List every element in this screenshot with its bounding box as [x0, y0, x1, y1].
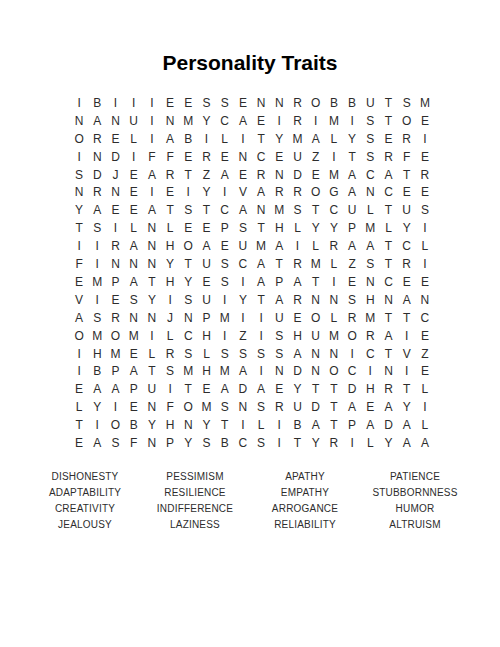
- grid-cell-r11c16: E: [343, 273, 361, 291]
- grid-cell-r10c5: N: [143, 255, 161, 273]
- grid-cell-r12c7: S: [179, 291, 197, 309]
- word-item-resilience: RESILIENCE: [140, 485, 250, 501]
- grid-cell-r8c12: H: [270, 219, 288, 237]
- grid-cell-r13c6: J: [161, 309, 179, 327]
- grid-cell-r5c6: R: [161, 166, 179, 184]
- grid-cell-r15c10: S: [234, 345, 252, 363]
- grid-cell-r13c16: R: [343, 309, 361, 327]
- grid-cell-r18c16: A: [343, 398, 361, 416]
- grid-cell-r3c19: R: [398, 130, 416, 148]
- grid-cell-r11c2: M: [88, 273, 106, 291]
- grid-cell-r3c14: A: [307, 130, 325, 148]
- grid-cell-r1c7: E: [179, 94, 197, 112]
- grid-cell-r8c9: P: [216, 219, 234, 237]
- grid-cell-r9c10: U: [234, 237, 252, 255]
- grid-cell-r7c17: L: [361, 201, 379, 219]
- grid-cell-r19c18: D: [379, 416, 397, 434]
- grid-cell-r15c9: S: [216, 345, 234, 363]
- grid-cell-r6c2: R: [88, 183, 106, 201]
- grid-cell-r3c2: R: [88, 130, 106, 148]
- grid-cell-r15c6: R: [161, 345, 179, 363]
- grid-cell-r18c10: N: [234, 398, 252, 416]
- grid-cell-r7c15: C: [325, 201, 343, 219]
- grid-cell-r18c3: I: [106, 398, 124, 416]
- grid-cell-r3c1: O: [70, 130, 88, 148]
- grid-cell-r13c20: C: [416, 309, 434, 327]
- grid-cell-r10c11: A: [252, 255, 270, 273]
- puzzle-title: Personality Traits: [0, 51, 500, 75]
- grid-cell-r11c7: Y: [179, 273, 197, 291]
- grid-cell-r1c15: B: [325, 94, 343, 112]
- grid-cell-r5c1: S: [70, 166, 88, 184]
- grid-cell-r1c12: N: [270, 94, 288, 112]
- grid-cell-r6c20: E: [416, 183, 434, 201]
- grid-cell-r13c18: T: [379, 309, 397, 327]
- grid-cell-r8c6: L: [161, 219, 179, 237]
- grid-cell-r4c9: E: [216, 148, 234, 166]
- grid-cell-r7c3: E: [106, 201, 124, 219]
- grid-cell-r2c14: I: [307, 112, 325, 130]
- grid-cell-r1c16: B: [343, 94, 361, 112]
- grid-cell-r18c5: N: [143, 398, 161, 416]
- grid-cell-r3c9: L: [216, 130, 234, 148]
- grid-cell-r6c18: C: [379, 183, 397, 201]
- grid-cell-r6c1: N: [70, 183, 88, 201]
- grid-cell-r4c3: D: [106, 148, 124, 166]
- grid-cell-r15c3: M: [106, 345, 124, 363]
- grid-cell-r8c19: Y: [398, 219, 416, 237]
- grid-cell-r17c6: I: [161, 380, 179, 398]
- grid-cell-r11c1: E: [70, 273, 88, 291]
- grid-cell-r12c15: N: [325, 291, 343, 309]
- grid-cell-r2c6: N: [161, 112, 179, 130]
- grid-cell-r5c13: D: [288, 166, 306, 184]
- grid-cell-r2c11: E: [252, 112, 270, 130]
- grid-cell-r12c14: N: [307, 291, 325, 309]
- grid-cell-r11c20: E: [416, 273, 434, 291]
- word-item-apathy: APATHY: [250, 469, 360, 485]
- grid-cell-r10c3: N: [106, 255, 124, 273]
- grid-cell-r5c12: N: [270, 166, 288, 184]
- grid-cell-r3c4: L: [125, 130, 143, 148]
- grid-cell-r6c3: N: [106, 183, 124, 201]
- grid-cell-r20c8: S: [197, 434, 215, 452]
- grid-cell-r5c15: M: [325, 166, 343, 184]
- grid-cell-r15c1: I: [70, 345, 88, 363]
- grid-cell-r6c9: I: [216, 183, 234, 201]
- grid-cell-r8c15: Y: [325, 219, 343, 237]
- grid-cell-r18c6: F: [161, 398, 179, 416]
- grid-cell-r3c5: I: [143, 130, 161, 148]
- grid-cell-r17c14: T: [307, 380, 325, 398]
- grid-cell-r15c18: T: [379, 345, 397, 363]
- grid-cell-r17c19: T: [398, 380, 416, 398]
- grid-cell-r11c13: A: [288, 273, 306, 291]
- grid-cell-r18c12: R: [270, 398, 288, 416]
- grid-cell-r16c18: N: [379, 362, 397, 380]
- grid-cell-r3c8: I: [197, 130, 215, 148]
- grid-cell-r11c11: A: [252, 273, 270, 291]
- grid-cell-r8c14: Y: [307, 219, 325, 237]
- grid-cell-r8c11: T: [252, 219, 270, 237]
- grid-cell-r17c7: T: [179, 380, 197, 398]
- grid-cell-r4c16: T: [343, 148, 361, 166]
- grid-cell-r19c16: P: [343, 416, 361, 434]
- grid-cell-r13c11: I: [252, 309, 270, 327]
- grid-cell-r18c14: D: [307, 398, 325, 416]
- grid-cell-r19c11: L: [252, 416, 270, 434]
- grid-cell-r16c6: S: [161, 362, 179, 380]
- grid-cell-r17c10: D: [234, 380, 252, 398]
- grid-cell-r11c12: P: [270, 273, 288, 291]
- grid-cell-r14c2: M: [88, 327, 106, 345]
- grid-cell-r19c20: L: [416, 416, 434, 434]
- grid-cell-r14c17: R: [361, 327, 379, 345]
- grid-cell-r9c18: T: [379, 237, 397, 255]
- grid-cell-r16c20: E: [416, 362, 434, 380]
- grid-cell-r19c7: N: [179, 416, 197, 434]
- grid-cell-r17c17: H: [361, 380, 379, 398]
- grid-cell-r11c18: C: [379, 273, 397, 291]
- grid-cell-r8c8: E: [197, 219, 215, 237]
- word-item-humor: HUMOR: [360, 501, 470, 517]
- grid-cell-r7c16: U: [343, 201, 361, 219]
- grid-cell-r10c20: I: [416, 255, 434, 273]
- word-item-jealousy: JEALOUSY: [30, 517, 140, 533]
- grid-cell-r4c18: R: [379, 148, 397, 166]
- grid-cell-r7c20: S: [416, 201, 434, 219]
- grid-cell-r16c11: I: [252, 362, 270, 380]
- word-item-arrogance: ARROGANCE: [250, 501, 360, 517]
- grid-cell-r2c8: Y: [197, 112, 215, 130]
- grid-cell-r2c19: O: [398, 112, 416, 130]
- grid-cell-r17c4: P: [125, 380, 143, 398]
- grid-cell-r14c14: U: [307, 327, 325, 345]
- grid-cell-r10c4: N: [125, 255, 143, 273]
- grid-cell-r9c19: C: [398, 237, 416, 255]
- grid-cell-r10c8: U: [197, 255, 215, 273]
- grid-cell-r8c3: I: [106, 219, 124, 237]
- grid-cell-r4c2: N: [88, 148, 106, 166]
- grid-cell-r10c14: M: [307, 255, 325, 273]
- grid-cell-r12c17: H: [361, 291, 379, 309]
- grid-cell-r3c11: T: [252, 130, 270, 148]
- grid-cell-r9c13: I: [288, 237, 306, 255]
- grid-cell-r9c12: A: [270, 237, 288, 255]
- grid-cell-r9c4: A: [125, 237, 143, 255]
- grid-cell-r16c9: M: [216, 362, 234, 380]
- grid-cell-r12c19: A: [398, 291, 416, 309]
- grid-cell-r5c14: E: [307, 166, 325, 184]
- grid-cell-r14c1: O: [70, 327, 88, 345]
- grid-cell-r20c3: S: [106, 434, 124, 452]
- grid-cell-r18c13: U: [288, 398, 306, 416]
- grid-cell-r18c4: E: [125, 398, 143, 416]
- grid-cell-r14c19: I: [398, 327, 416, 345]
- grid-cell-r20c12: I: [270, 434, 288, 452]
- grid-cell-r10c9: S: [216, 255, 234, 273]
- grid-cell-r5c18: A: [379, 166, 397, 184]
- grid-cell-r19c15: T: [325, 416, 343, 434]
- grid-cell-r13c3: R: [106, 309, 124, 327]
- grid-cell-r19c10: I: [234, 416, 252, 434]
- grid-cell-r9c2: I: [88, 237, 106, 255]
- grid-cell-r14c4: M: [125, 327, 143, 345]
- grid-cell-r1c8: S: [197, 94, 215, 112]
- grid-cell-r7c11: N: [252, 201, 270, 219]
- grid-cell-r14c11: I: [252, 327, 270, 345]
- grid-cell-r1c9: S: [216, 94, 234, 112]
- grid-cell-r11c9: S: [216, 273, 234, 291]
- grid-cell-r4c13: U: [288, 148, 306, 166]
- grid-cell-r12c6: I: [161, 291, 179, 309]
- grid-cell-r18c11: S: [252, 398, 270, 416]
- grid-cell-r20c5: N: [143, 434, 161, 452]
- grid-cell-r10c13: R: [288, 255, 306, 273]
- grid-cell-r8c4: L: [125, 219, 143, 237]
- grid-cell-r6c4: E: [125, 183, 143, 201]
- grid-cell-r8c16: P: [343, 219, 361, 237]
- grid-cell-r7c18: T: [379, 201, 397, 219]
- grid-cell-r1c3: I: [106, 94, 124, 112]
- grid-cell-r11c5: T: [143, 273, 161, 291]
- grid-cell-r19c14: A: [307, 416, 325, 434]
- grid-cell-r6c7: I: [179, 183, 197, 201]
- grid-cell-r9c9: E: [216, 237, 234, 255]
- grid-cell-r11c3: P: [106, 273, 124, 291]
- grid-cell-r14c6: L: [161, 327, 179, 345]
- word-item-laziness: LAZINESS: [140, 517, 250, 533]
- grid-cell-r4c20: E: [416, 148, 434, 166]
- grid-cell-r3c16: Y: [343, 130, 361, 148]
- grid-cell-r2c16: I: [343, 112, 361, 130]
- grid-cell-r7c10: A: [234, 201, 252, 219]
- grid-cell-r10c6: Y: [161, 255, 179, 273]
- grid-cell-r12c4: S: [125, 291, 143, 309]
- grid-cell-r5c11: R: [252, 166, 270, 184]
- grid-cell-r20c15: R: [325, 434, 343, 452]
- word-item-patience: PATIENCE: [360, 469, 470, 485]
- grid-cell-r5c10: E: [234, 166, 252, 184]
- grid-cell-r15c5: L: [143, 345, 161, 363]
- word-item-dishonesty: DISHONESTY: [30, 469, 140, 485]
- grid-cell-r18c15: T: [325, 398, 343, 416]
- grid-cell-r14c3: O: [106, 327, 124, 345]
- grid-cell-r12c1: V: [70, 291, 88, 309]
- grid-cell-r8c17: M: [361, 219, 379, 237]
- word-item-adaptability: ADAPTABILITY: [30, 485, 140, 501]
- grid-cell-r8c10: S: [234, 219, 252, 237]
- grid-cell-r19c17: A: [361, 416, 379, 434]
- grid-cell-r13c4: N: [125, 309, 143, 327]
- grid-cell-r2c2: A: [88, 112, 106, 130]
- grid-cell-r13c12: U: [270, 309, 288, 327]
- grid-cell-r20c16: I: [343, 434, 361, 452]
- grid-cell-r20c4: F: [125, 434, 143, 452]
- grid-cell-r8c1: T: [70, 219, 88, 237]
- grid-cell-r16c8: H: [197, 362, 215, 380]
- grid-cell-r10c12: T: [270, 255, 288, 273]
- grid-cell-r2c3: N: [106, 112, 124, 130]
- grid-cell-r6c17: N: [361, 183, 379, 201]
- grid-cell-r1c14: O: [307, 94, 325, 112]
- grid-cell-r13c15: L: [325, 309, 343, 327]
- grid-cell-r11c10: I: [234, 273, 252, 291]
- grid-cell-r10c19: R: [398, 255, 416, 273]
- word-item-stubbornness: STUBBORNNESS: [360, 485, 470, 501]
- grid-cell-r17c2: A: [88, 380, 106, 398]
- grid-cell-r20c17: L: [361, 434, 379, 452]
- grid-cell-r13c7: N: [179, 309, 197, 327]
- grid-cell-r14c9: I: [216, 327, 234, 345]
- grid-cell-r20c1: E: [70, 434, 88, 452]
- grid-cell-r4c5: F: [143, 148, 161, 166]
- grid-cell-r1c19: S: [398, 94, 416, 112]
- grid-cell-r4c19: F: [398, 148, 416, 166]
- grid-cell-r4c14: Z: [307, 148, 325, 166]
- grid-cell-r6c8: Y: [197, 183, 215, 201]
- grid-cell-r10c15: L: [325, 255, 343, 273]
- grid-cell-r6c10: V: [234, 183, 252, 201]
- grid-cell-r10c7: T: [179, 255, 197, 273]
- grid-cell-r15c7: S: [179, 345, 197, 363]
- grid-cell-r17c11: A: [252, 380, 270, 398]
- grid-cell-r13c14: O: [307, 309, 325, 327]
- grid-cell-r5c20: R: [416, 166, 434, 184]
- grid-cell-r12c10: Y: [234, 291, 252, 309]
- grid-cell-r20c11: S: [252, 434, 270, 452]
- grid-cell-r15c2: H: [88, 345, 106, 363]
- grid-cell-r4c10: N: [234, 148, 252, 166]
- grid-cell-r17c12: E: [270, 380, 288, 398]
- grid-cell-r15c8: L: [197, 345, 215, 363]
- grid-cell-r1c17: U: [361, 94, 379, 112]
- grid-cell-r2c1: N: [70, 112, 88, 130]
- grid-cell-r7c19: U: [398, 201, 416, 219]
- grid-cell-r4c15: I: [325, 148, 343, 166]
- grid-cell-r7c14: T: [307, 201, 325, 219]
- grid-cell-r3c12: Y: [270, 130, 288, 148]
- grid-cell-r3c17: S: [361, 130, 379, 148]
- grid-cell-r7c13: S: [288, 201, 306, 219]
- grid-cell-r12c11: T: [252, 291, 270, 309]
- grid-cell-r10c18: T: [379, 255, 397, 273]
- grid-cell-r12c3: E: [106, 291, 124, 309]
- grid-cell-r20c20: A: [416, 434, 434, 452]
- grid-cell-r20c18: Y: [379, 434, 397, 452]
- grid-cell-r8c18: L: [379, 219, 397, 237]
- grid-cell-r3c13: M: [288, 130, 306, 148]
- grid-cell-r2c12: I: [270, 112, 288, 130]
- grid-cell-r14c18: A: [379, 327, 397, 345]
- grid-cell-r8c13: L: [288, 219, 306, 237]
- grid-cell-r9c8: A: [197, 237, 215, 255]
- grid-cell-r3c20: I: [416, 130, 434, 148]
- grid-cell-r20c14: Y: [307, 434, 325, 452]
- grid-cell-r17c5: U: [143, 380, 161, 398]
- grid-cell-r3c6: A: [161, 130, 179, 148]
- grid-cell-r16c19: I: [398, 362, 416, 380]
- grid-cell-r11c4: A: [125, 273, 143, 291]
- grid-cell-r4c4: I: [125, 148, 143, 166]
- grid-cell-r12c20: N: [416, 291, 434, 309]
- grid-cell-r16c2: B: [88, 362, 106, 380]
- grid-cell-r20c13: T: [288, 434, 306, 452]
- word-item-reliability: RELIABILITY: [250, 517, 360, 533]
- grid-cell-r18c20: I: [416, 398, 434, 416]
- grid-cell-r17c3: A: [106, 380, 124, 398]
- grid-cell-r11c17: N: [361, 273, 379, 291]
- grid-cell-r4c17: S: [361, 148, 379, 166]
- grid-cell-r13c19: T: [398, 309, 416, 327]
- grid-cell-r2c7: M: [179, 112, 197, 130]
- grid-cell-r16c10: A: [234, 362, 252, 380]
- grid-cell-r19c9: T: [216, 416, 234, 434]
- grid-cell-r7c9: C: [216, 201, 234, 219]
- grid-cell-r12c2: I: [88, 291, 106, 309]
- grid-cell-r2c18: T: [379, 112, 397, 130]
- grid-cell-r20c10: C: [234, 434, 252, 452]
- grid-cell-r6c16: A: [343, 183, 361, 201]
- grid-cell-r8c2: S: [88, 219, 106, 237]
- grid-cell-r16c15: O: [325, 362, 343, 380]
- grid-cell-r10c10: C: [234, 255, 252, 273]
- grid-cell-r19c4: B: [125, 416, 143, 434]
- grid-cell-r1c6: E: [161, 94, 179, 112]
- grid-cell-r6c6: E: [161, 183, 179, 201]
- grid-cell-r6c5: I: [143, 183, 161, 201]
- grid-cell-r9c15: R: [325, 237, 343, 255]
- grid-cell-r2c13: R: [288, 112, 306, 130]
- grid-cell-r17c18: R: [379, 380, 397, 398]
- grid-cell-r19c1: T: [70, 416, 88, 434]
- grid-cell-r14c8: H: [197, 327, 215, 345]
- grid-cell-r3c18: E: [379, 130, 397, 148]
- grid-cell-r19c12: I: [270, 416, 288, 434]
- grid-cell-r20c2: A: [88, 434, 106, 452]
- grid-cell-r18c17: E: [361, 398, 379, 416]
- grid-cell-r9c16: A: [343, 237, 361, 255]
- grid-cell-r5c16: A: [343, 166, 361, 184]
- grid-cell-r4c12: E: [270, 148, 288, 166]
- grid-cell-r6c12: R: [270, 183, 288, 201]
- grid-cell-r8c20: I: [416, 219, 434, 237]
- grid-cell-r18c7: O: [179, 398, 197, 416]
- grid-cell-r18c8: M: [197, 398, 215, 416]
- grid-cell-r17c16: D: [343, 380, 361, 398]
- grid-cell-r2c9: C: [216, 112, 234, 130]
- grid-cell-r5c3: J: [106, 166, 124, 184]
- grid-cell-r15c4: E: [125, 345, 143, 363]
- grid-cell-r12c8: U: [197, 291, 215, 309]
- grid-cell-r16c13: D: [288, 362, 306, 380]
- grid-cell-r18c9: S: [216, 398, 234, 416]
- grid-cell-r9c3: R: [106, 237, 124, 255]
- grid-cell-r7c2: A: [88, 201, 106, 219]
- grid-cell-r14c16: O: [343, 327, 361, 345]
- grid-cell-r4c7: E: [179, 148, 197, 166]
- grid-cell-r14c13: H: [288, 327, 306, 345]
- grid-cell-r8c5: N: [143, 219, 161, 237]
- word-search-grid: IBIIIEESSENNROBBUTSMNANUINMYCAEIRIMISTOE…: [70, 94, 434, 452]
- grid-cell-r7c8: T: [197, 201, 215, 219]
- grid-cell-r16c3: P: [106, 362, 124, 380]
- grid-cell-r20c9: B: [216, 434, 234, 452]
- grid-cell-r16c14: N: [307, 362, 325, 380]
- word-item-creativity: CREATIVITY: [30, 501, 140, 517]
- grid-cell-r9c20: L: [416, 237, 434, 255]
- grid-cell-r9c5: N: [143, 237, 161, 255]
